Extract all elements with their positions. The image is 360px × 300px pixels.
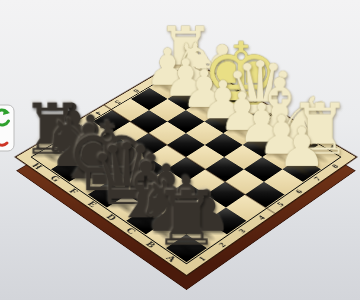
piece-black-rook-a1[interactable]: ♜: [122, 172, 251, 247]
scene: HGFEDCBA8877665544332211HGFEDCBA ♜♞♝♛♚♝♞…: [0, 0, 360, 300]
chess-board: HGFEDCBA8877665544332211HGFEDCBA ♜♞♝♛♚♝♞…: [16, 57, 355, 275]
piece-white-pawn-a7[interactable]: ♟: [241, 114, 360, 169]
render-viewport: HGFEDCBA8877665544332211HGFEDCBA ♜♞♝♛♚♝♞…: [0, 0, 360, 300]
view-rotate-icon[interactable]: [0, 104, 15, 152]
